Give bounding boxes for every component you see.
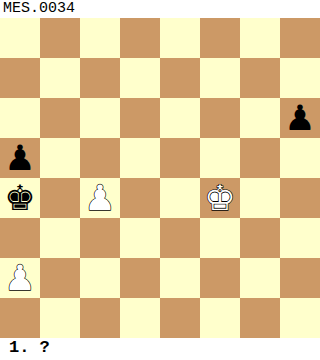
chess-board: ♟♟♚♟♚♟ <box>0 18 320 338</box>
square-f7[interactable] <box>200 58 240 98</box>
square-d8[interactable] <box>120 18 160 58</box>
square-g1[interactable] <box>240 298 280 338</box>
square-g8[interactable] <box>240 18 280 58</box>
square-g6[interactable] <box>240 98 280 138</box>
square-d5[interactable] <box>120 138 160 178</box>
square-d3[interactable] <box>120 218 160 258</box>
square-a6[interactable] <box>0 98 40 138</box>
square-b3[interactable] <box>40 218 80 258</box>
square-f5[interactable] <box>200 138 240 178</box>
square-d4[interactable] <box>120 178 160 218</box>
chess-puzzle-window: MES.0034 ♟♟♚♟♚♟ 1. ? <box>0 0 320 360</box>
square-a3[interactable] <box>0 218 40 258</box>
puzzle-id: MES.0034 <box>0 0 320 18</box>
square-b5[interactable] <box>40 138 80 178</box>
square-e7[interactable] <box>160 58 200 98</box>
square-b7[interactable] <box>40 58 80 98</box>
square-b2[interactable] <box>40 258 80 298</box>
square-f2[interactable] <box>200 258 240 298</box>
square-a8[interactable] <box>0 18 40 58</box>
square-c7[interactable] <box>80 58 120 98</box>
square-a4[interactable]: ♚ <box>0 178 40 218</box>
square-a5[interactable]: ♟ <box>0 138 40 178</box>
square-d7[interactable] <box>120 58 160 98</box>
square-e1[interactable] <box>160 298 200 338</box>
square-d2[interactable] <box>120 258 160 298</box>
square-e4[interactable] <box>160 178 200 218</box>
square-h2[interactable] <box>280 258 320 298</box>
square-f6[interactable] <box>200 98 240 138</box>
square-g7[interactable] <box>240 58 280 98</box>
square-c3[interactable] <box>80 218 120 258</box>
square-h3[interactable] <box>280 218 320 258</box>
square-d1[interactable] <box>120 298 160 338</box>
square-b6[interactable] <box>40 98 80 138</box>
square-e8[interactable] <box>160 18 200 58</box>
square-f3[interactable] <box>200 218 240 258</box>
square-b4[interactable] <box>40 178 80 218</box>
square-d6[interactable] <box>120 98 160 138</box>
square-e6[interactable] <box>160 98 200 138</box>
square-a7[interactable] <box>0 58 40 98</box>
square-h7[interactable] <box>280 58 320 98</box>
square-a2[interactable]: ♟ <box>0 258 40 298</box>
square-c1[interactable] <box>80 298 120 338</box>
black-king[interactable]: ♚ <box>0 178 40 218</box>
square-g2[interactable] <box>240 258 280 298</box>
black-pawn[interactable]: ♟ <box>0 138 40 178</box>
square-h6[interactable]: ♟ <box>280 98 320 138</box>
square-h8[interactable] <box>280 18 320 58</box>
square-g3[interactable] <box>240 218 280 258</box>
square-e3[interactable] <box>160 218 200 258</box>
square-h4[interactable] <box>280 178 320 218</box>
square-c2[interactable] <box>80 258 120 298</box>
square-c8[interactable] <box>80 18 120 58</box>
square-h1[interactable] <box>280 298 320 338</box>
square-g4[interactable] <box>240 178 280 218</box>
square-f8[interactable] <box>200 18 240 58</box>
black-pawn[interactable]: ♟ <box>280 98 320 138</box>
square-f4[interactable]: ♚ <box>200 178 240 218</box>
square-h5[interactable] <box>280 138 320 178</box>
square-b8[interactable] <box>40 18 80 58</box>
square-c5[interactable] <box>80 138 120 178</box>
square-a1[interactable] <box>0 298 40 338</box>
square-c4[interactable]: ♟ <box>80 178 120 218</box>
square-g5[interactable] <box>240 138 280 178</box>
square-c6[interactable] <box>80 98 120 138</box>
square-f1[interactable] <box>200 298 240 338</box>
square-e5[interactable] <box>160 138 200 178</box>
square-e2[interactable] <box>160 258 200 298</box>
square-b1[interactable] <box>40 298 80 338</box>
white-king[interactable]: ♚ <box>200 178 240 218</box>
move-prompt: 1. ? <box>0 338 320 360</box>
white-pawn[interactable]: ♟ <box>0 258 40 298</box>
white-pawn[interactable]: ♟ <box>80 178 120 218</box>
